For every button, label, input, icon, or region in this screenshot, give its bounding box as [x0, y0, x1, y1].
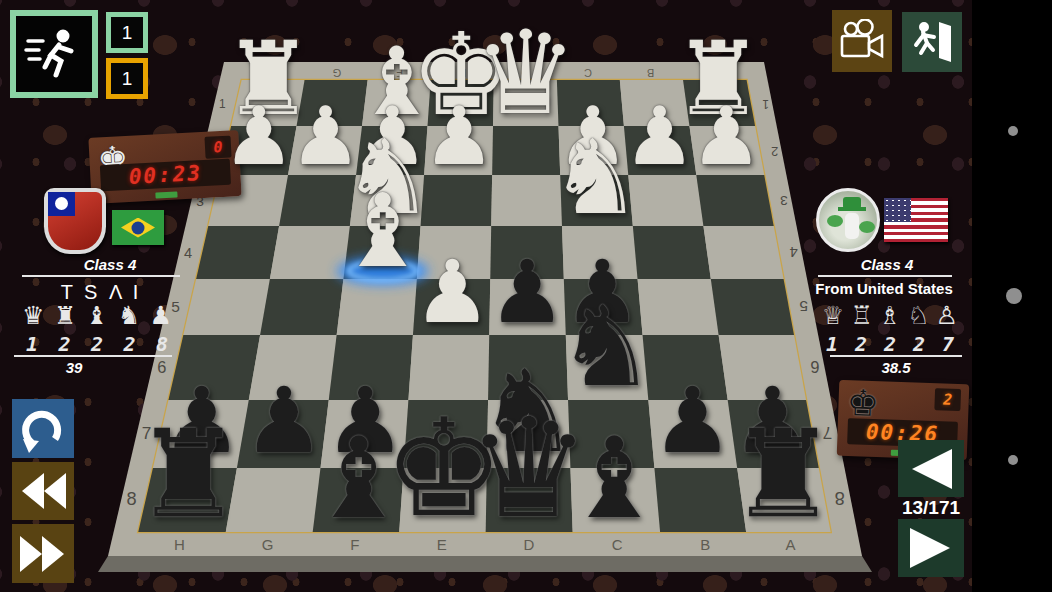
usa-flag — [884, 198, 948, 242]
video-camera-icon — [838, 19, 886, 63]
brazil-flag — [112, 210, 164, 245]
piece-white-pawn-a2[interactable]: ♟ — [690, 96, 762, 176]
running-man-icon — [23, 23, 85, 85]
fast-forward-button[interactable] — [12, 524, 74, 583]
white-rook-icon: ♜ — [54, 303, 76, 328]
white-clock: ♚ 0 00:23 — [88, 130, 241, 204]
rotate-icon — [19, 405, 67, 453]
next-move-icon — [906, 526, 956, 570]
green-counter-value: 1 — [122, 22, 133, 44]
white-divider-2 — [14, 355, 172, 357]
piece-white-knight-c3[interactable]: ♞ — [550, 126, 643, 229]
orange-counter: 1 — [106, 58, 148, 99]
exit-button[interactable] — [902, 12, 962, 72]
black-pawn-icon: ♙ — [936, 303, 958, 328]
exit-door-icon — [909, 19, 955, 65]
taiwan-flag-shield — [44, 188, 106, 254]
white-bishop-icon: ♝ — [86, 303, 108, 328]
nav-dot-recent[interactable] — [1008, 455, 1018, 465]
speed-mode-button[interactable] — [10, 10, 98, 98]
white-clock-time: 00:23 — [100, 159, 231, 192]
black-clock-small-digit: 2 — [934, 388, 961, 411]
previous-move-button[interactable] — [898, 440, 964, 497]
black-bishop-icon: ♗ — [879, 303, 901, 328]
black-player-name: From United States — [806, 280, 962, 297]
rewind-button[interactable] — [12, 462, 74, 520]
orange-counter-value: 1 — [122, 68, 133, 90]
piece-black-rook-h8[interactable]: ♜ — [134, 414, 242, 535]
white-divider-1 — [22, 275, 180, 277]
white-clock-indicator — [155, 191, 177, 198]
camera-button[interactable] — [832, 10, 892, 72]
white-material-total: 39 — [14, 359, 134, 376]
black-player-avatar — [816, 188, 880, 252]
piece-black-rook-a8[interactable]: ♜ — [729, 414, 837, 535]
black-divider-2 — [830, 355, 962, 357]
piece-white-pawn-h2[interactable]: ♟ — [223, 96, 295, 176]
black-class-label: Class 4 — [822, 256, 952, 273]
rotate-board-button[interactable] — [12, 399, 74, 458]
green-counter: 1 — [106, 12, 148, 53]
android-nav-bar — [972, 0, 1052, 592]
black-material-total: 38.5 — [830, 359, 962, 376]
white-material-counts: 12228 — [26, 332, 168, 356]
taiwan-sun — [55, 197, 68, 210]
piece-black-pawn-d5[interactable]: ♟ — [488, 249, 566, 336]
white-queen-icon: ♛ — [22, 303, 44, 328]
next-move-button[interactable] — [898, 519, 964, 577]
black-material-icons: ♕♖♗♘♙ — [822, 303, 958, 328]
piece-white-pawn-e5[interactable]: ♟ — [413, 249, 491, 336]
piece-black-bishop-c8[interactable]: ♝ — [564, 423, 664, 535]
previous-move-icon — [906, 447, 956, 491]
white-pawn-icon: ♟ — [150, 303, 172, 328]
nav-dot-home[interactable] — [1006, 288, 1022, 304]
rewind-icon — [18, 471, 68, 511]
avatar-green-hat — [843, 197, 861, 209]
black-knight-icon: ♘ — [907, 303, 929, 328]
nav-dot-back[interactable] — [1008, 126, 1018, 136]
white-knight-icon: ♞ — [118, 303, 140, 328]
fast-forward-icon — [18, 534, 68, 574]
black-divider-1 — [818, 275, 952, 277]
white-class-label: Class 4 — [30, 256, 190, 273]
white-material-icons: ♛♜♝♞♟ — [22, 303, 172, 328]
black-rook-icon: ♖ — [850, 303, 872, 328]
piece-white-pawn-e2[interactable]: ♟ — [423, 96, 495, 176]
black-material-counts: 12227 — [826, 332, 954, 356]
black-queen-icon: ♕ — [822, 303, 844, 328]
move-counter: 13/171 — [890, 497, 972, 519]
